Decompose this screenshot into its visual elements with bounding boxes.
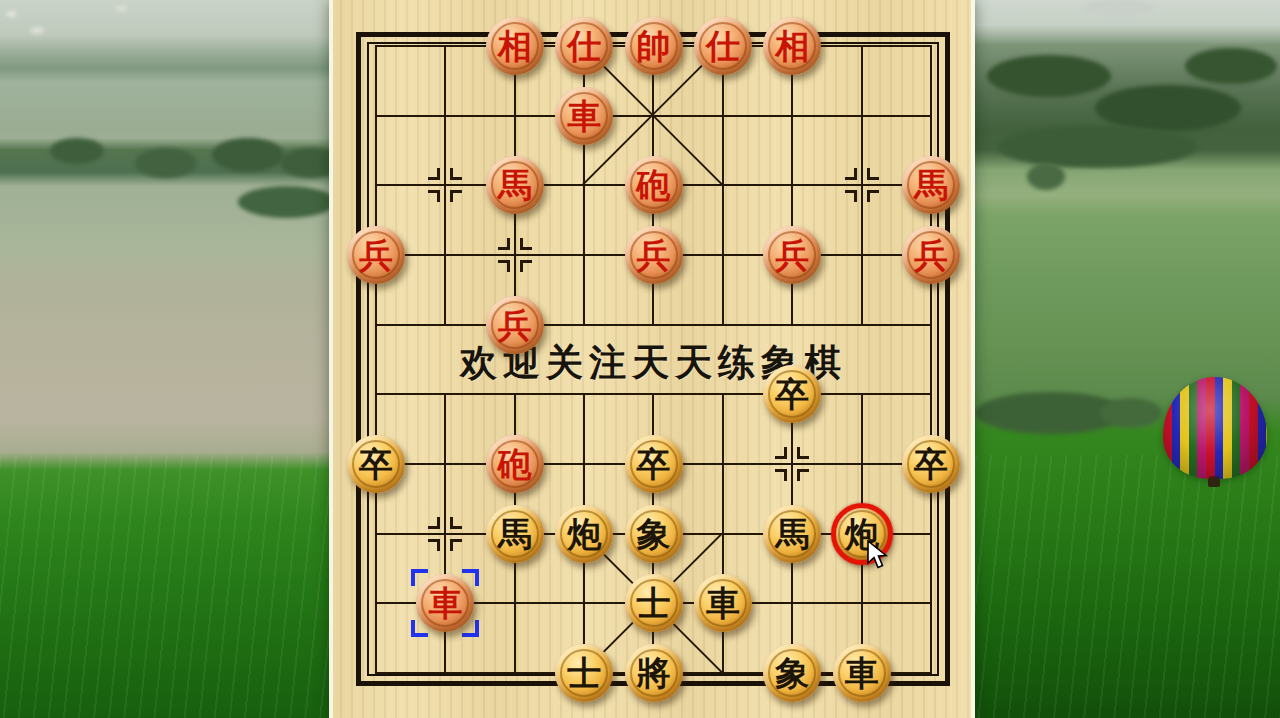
black-piece-炮[interactable]: 炮 (555, 505, 613, 563)
black-piece-將[interactable]: 將 (625, 644, 683, 702)
tree-cluster (238, 186, 336, 218)
background-fields-left (0, 0, 330, 718)
red-piece-車[interactable]: 車 (555, 87, 613, 145)
red-piece-兵[interactable]: 兵 (763, 226, 821, 284)
red-piece-兵[interactable]: 兵 (486, 296, 544, 354)
farm-building (30, 27, 44, 34)
farm-building (116, 6, 127, 11)
red-piece-兵[interactable]: 兵 (625, 226, 683, 284)
pieces-layer: 相仕帥仕相車馬砲馬兵兵兵兵兵卒卒砲卒卒馬炮象馬炮車士車士將象車 (329, 0, 975, 718)
xiangqi-board[interactable]: 欢迎关注天天练象棋 相仕帥仕相車馬砲馬兵兵兵兵兵卒卒砲卒卒馬炮象馬炮車士車士將象… (329, 0, 975, 718)
tree-cluster (50, 138, 104, 164)
red-piece-仕[interactable]: 仕 (694, 17, 752, 75)
forest-patch (987, 55, 1111, 97)
forest-patch (1095, 85, 1241, 131)
field-mowing-lines (975, 455, 1280, 718)
red-piece-相[interactable]: 相 (486, 17, 544, 75)
forest-patch (1185, 48, 1277, 84)
black-piece-卒[interactable]: 卒 (902, 435, 960, 493)
red-piece-砲[interactable]: 砲 (625, 156, 683, 214)
black-piece-象[interactable]: 象 (763, 644, 821, 702)
tree-cluster (212, 138, 284, 172)
red-piece-相[interactable]: 相 (763, 17, 821, 75)
black-piece-卒[interactable]: 卒 (625, 435, 683, 493)
lake (1083, 0, 1155, 16)
red-piece-馬[interactable]: 馬 (902, 156, 960, 214)
red-piece-兵[interactable]: 兵 (347, 226, 405, 284)
balloon-basket (1208, 478, 1220, 487)
black-piece-馬[interactable]: 馬 (486, 505, 544, 563)
black-piece-士[interactable]: 士 (555, 644, 613, 702)
black-piece-象[interactable]: 象 (625, 505, 683, 563)
field-mowing-lines (0, 455, 330, 718)
haze-overlay (0, 0, 330, 130)
forest-patch (997, 126, 1197, 168)
black-piece-車[interactable]: 車 (833, 644, 891, 702)
red-piece-馬[interactable]: 馬 (486, 156, 544, 214)
black-piece-卒[interactable]: 卒 (347, 435, 405, 493)
background-fields-right (975, 0, 1280, 718)
black-piece-車[interactable]: 車 (694, 574, 752, 632)
hedgerow (1100, 398, 1162, 428)
tree (1027, 163, 1065, 190)
farm-building (6, 11, 17, 17)
black-piece-士[interactable]: 士 (625, 574, 683, 632)
black-piece-馬[interactable]: 馬 (763, 505, 821, 563)
black-piece-卒[interactable]: 卒 (763, 365, 821, 423)
red-piece-兵[interactable]: 兵 (902, 226, 960, 284)
red-piece-帥[interactable]: 帥 (625, 17, 683, 75)
red-piece-砲[interactable]: 砲 (486, 435, 544, 493)
tree-cluster (135, 148, 197, 178)
mouse-cursor-icon (866, 540, 890, 572)
red-piece-仕[interactable]: 仕 (555, 17, 613, 75)
